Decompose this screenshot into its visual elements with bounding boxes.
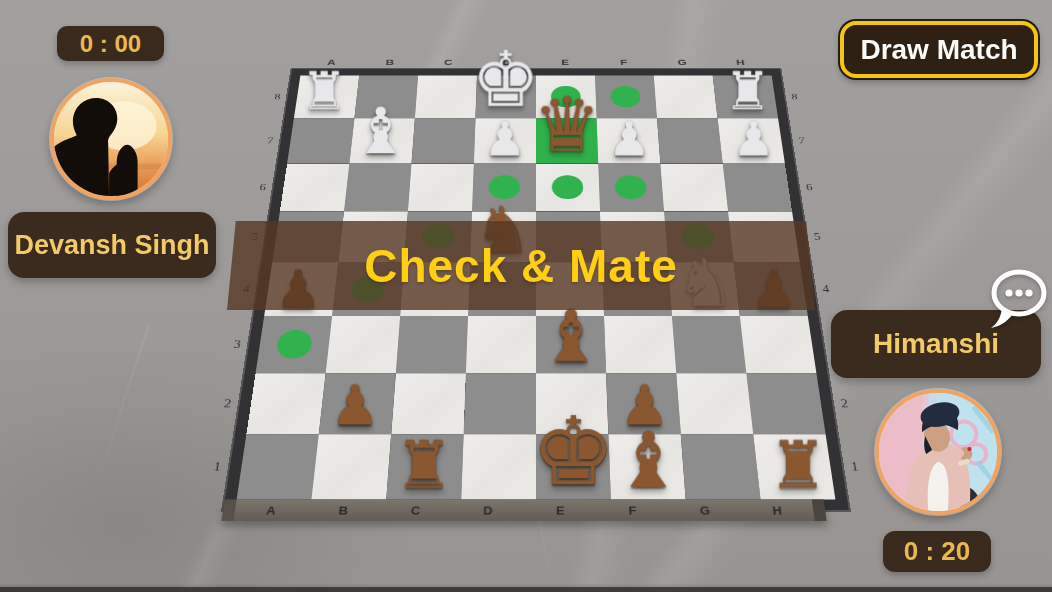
- square-f6[interactable]: [598, 164, 664, 212]
- square-g6[interactable]: [660, 164, 728, 212]
- floor-edge-bar: [0, 587, 1052, 592]
- square-g1[interactable]: [681, 434, 761, 499]
- draw-match-label: Draw Match: [860, 34, 1017, 66]
- move-dot-f8[interactable]: [610, 86, 641, 107]
- rank-label-right-5: 5: [805, 231, 829, 242]
- square-c6[interactable]: [408, 164, 474, 212]
- square-f7[interactable]: ♟: [597, 118, 661, 163]
- square-e3[interactable]: ♝: [536, 316, 606, 373]
- square-e6[interactable]: [536, 164, 600, 212]
- square-g8[interactable]: [654, 75, 718, 118]
- opponent-avatar[interactable]: [50, 78, 172, 200]
- square-e1[interactable]: ♚: [536, 434, 611, 499]
- square-c8[interactable]: [415, 75, 477, 118]
- square-d2[interactable]: [464, 373, 536, 434]
- player-photo-image: [879, 393, 997, 511]
- player-timer: 0 : 20: [883, 531, 991, 572]
- square-a3[interactable]: [256, 316, 333, 373]
- rank-label-left-8: 8: [267, 92, 289, 102]
- opponent-timer: 0 : 00: [57, 26, 164, 61]
- black-pawn-b2[interactable]: ♟: [330, 378, 380, 433]
- player-time-text: 0 : 20: [904, 536, 971, 567]
- square-g3[interactable]: [672, 316, 746, 373]
- white-pawn-f7[interactable]: ♟: [608, 115, 651, 162]
- marble-vein: [92, 324, 150, 496]
- opponent-time-text: 0 : 00: [80, 30, 141, 58]
- square-h7[interactable]: ♟: [718, 118, 785, 163]
- white-pawn-d7[interactable]: ♟: [484, 115, 527, 162]
- game-screen: ABCDEFGH ♜♚♜♝♟♛♟♟♞♟♞♟♝♟♟♜♚♝♜ ABCDEFGH 88…: [0, 0, 1052, 592]
- white-bishop-b7[interactable]: ♝: [352, 99, 409, 163]
- checkmate-text: Check & Mate: [364, 239, 678, 293]
- rank-label-right-4: 4: [813, 283, 838, 295]
- square-b1[interactable]: [311, 434, 391, 499]
- file-label-top-e: E: [536, 57, 595, 66]
- square-g2[interactable]: [676, 373, 753, 434]
- square-b7[interactable]: ♝: [349, 118, 415, 163]
- checkmate-banner: Check & Mate: [227, 221, 815, 310]
- black-rook-h1[interactable]: ♜: [769, 434, 827, 499]
- square-d1[interactable]: [461, 434, 536, 499]
- file-label-top-f: F: [594, 57, 653, 66]
- black-rook-c1[interactable]: ♜: [395, 434, 453, 499]
- square-a6[interactable]: [280, 164, 349, 212]
- black-king-e1[interactable]: ♚: [531, 404, 616, 499]
- square-c7[interactable]: [412, 118, 476, 163]
- black-bishop-f1[interactable]: ♝: [614, 422, 683, 499]
- square-b2[interactable]: ♟: [319, 373, 396, 434]
- file-label-top-b: B: [360, 57, 419, 66]
- square-d7[interactable]: ♟: [474, 118, 536, 163]
- praying-silhouette-image: [54, 82, 168, 196]
- rank-label-right-7: 7: [790, 136, 813, 146]
- player-name-text: Himanshi: [873, 328, 999, 360]
- square-d3[interactable]: [466, 316, 536, 373]
- rank-label-right-1: 1: [841, 459, 869, 474]
- draw-match-button[interactable]: Draw Match: [840, 21, 1038, 78]
- square-b3[interactable]: [326, 316, 400, 373]
- square-h1[interactable]: ♜: [753, 434, 835, 499]
- rank-label-left-7: 7: [259, 136, 282, 146]
- rank-label-right-6: 6: [798, 182, 821, 193]
- black-bishop-e3[interactable]: ♝: [539, 301, 603, 373]
- rank-label-left-6: 6: [251, 182, 274, 193]
- opponent-name-text: Devansh Singh: [14, 230, 209, 261]
- move-dot-a3[interactable]: [275, 330, 313, 359]
- white-rook-a8[interactable]: ♜: [301, 65, 348, 118]
- white-king-d8[interactable]: ♚: [471, 41, 540, 117]
- white-pawn-h7[interactable]: ♟: [732, 115, 775, 162]
- rank-label-left-1: 1: [204, 459, 232, 474]
- white-rook-h8[interactable]: ♜: [724, 65, 771, 118]
- move-dot-e6[interactable]: [552, 175, 584, 199]
- square-c3[interactable]: [396, 316, 468, 373]
- square-f1[interactable]: ♝: [608, 434, 685, 499]
- square-a8[interactable]: ♜: [294, 75, 359, 118]
- rank-label-left-2: 2: [214, 396, 241, 410]
- square-a1[interactable]: [237, 434, 319, 499]
- square-h3[interactable]: [740, 316, 817, 373]
- square-c2[interactable]: [391, 373, 466, 434]
- square-h2[interactable]: [746, 373, 825, 434]
- square-h6[interactable]: [723, 164, 792, 212]
- chat-bubble-icon[interactable]: [988, 266, 1048, 330]
- rank-label-left-3: 3: [224, 338, 250, 351]
- square-f3[interactable]: [604, 316, 676, 373]
- square-b6[interactable]: [344, 164, 412, 212]
- square-a2[interactable]: [246, 373, 325, 434]
- square-e7[interactable]: ♛: [536, 118, 598, 163]
- opponent-nameplate: Devansh Singh: [8, 212, 216, 278]
- black-queen-e7[interactable]: ♛: [533, 88, 601, 163]
- square-c1[interactable]: ♜: [386, 434, 463, 499]
- move-dot-f6[interactable]: [614, 175, 647, 199]
- rank-label-right-8: 8: [783, 92, 805, 102]
- file-label-top-g: G: [652, 57, 711, 66]
- square-a7[interactable]: [287, 118, 354, 163]
- square-g7[interactable]: [657, 118, 723, 163]
- rank-label-right-2: 2: [831, 396, 858, 410]
- file-label-top-c: C: [419, 57, 478, 66]
- player-avatar[interactable]: [875, 389, 1001, 515]
